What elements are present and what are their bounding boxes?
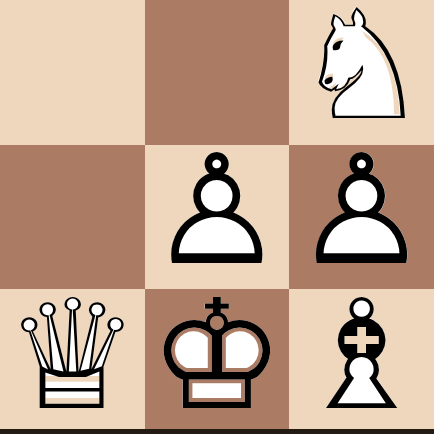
white-knight: ♞♘ [289,0,434,145]
white-king-outline-glyph: ♔ [149,280,285,432]
board-cell-light[interactable]: ♝♗ [289,289,434,434]
white-pawn-outline-glyph: ♙ [294,135,430,287]
board-cell-dark[interactable]: ♟♙ [289,145,434,290]
board-cell-dark[interactable]: ♚♔ [145,289,290,434]
board-cell-light[interactable]: ♛♕ [0,289,145,434]
white-pawn: ♟♙ [145,145,290,290]
board-cell-dark[interactable] [145,0,290,145]
white-king-fill-glyph: ♚ [149,280,285,432]
board-cell-light[interactable]: ♞♘ [289,0,434,145]
white-pawn-fill-glyph: ♟ [294,135,430,287]
white-pawn-outline-glyph: ♙ [149,135,285,287]
chess-board-crop: ♞♘♟♙♟♙♛♕♚♔♝♗ [0,0,434,434]
board-cell-dark[interactable] [0,145,145,290]
white-pawn-fill-glyph: ♟ [149,135,285,287]
white-bishop-fill-glyph: ♝ [294,280,430,432]
board-cell-light[interactable]: ♟♙ [145,145,290,290]
chess-board: ♞♘♟♙♟♙♛♕♚♔♝♗ [0,0,434,434]
board-cell-light[interactable] [0,0,145,145]
white-queen-outline-glyph: ♕ [4,280,140,432]
white-king: ♚♔ [145,289,290,434]
white-queen-fill-glyph: ♛ [4,280,140,432]
board-bottom-edge [0,429,434,434]
white-queen: ♛♕ [0,289,145,434]
white-pawn: ♟♙ [289,145,434,290]
white-knight-fill-glyph: ♞ [294,0,430,142]
white-bishop-outline-glyph: ♗ [294,280,430,432]
white-bishop: ♝♗ [289,289,434,434]
white-knight-outline-glyph: ♘ [294,0,430,142]
